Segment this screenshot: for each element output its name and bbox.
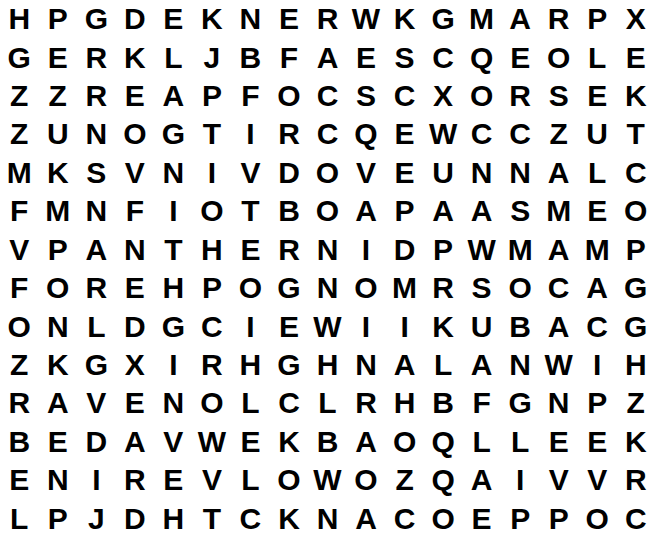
grid-cell-r12c9[interactable]: B — [308, 423, 347, 461]
grid-cell-r9c17[interactable]: G — [616, 307, 655, 345]
grid-cell-r9c11[interactable]: I — [385, 307, 424, 345]
grid-cell-r1c5[interactable]: E — [154, 0, 193, 38]
grid-cell-r10c9[interactable]: H — [308, 346, 347, 384]
grid-cell-r4c7[interactable]: I — [231, 115, 270, 153]
grid-cell-r5c14[interactable]: N — [501, 154, 540, 192]
grid-cell-r13c1[interactable]: E — [0, 461, 39, 499]
grid-cell-r3c17[interactable]: K — [616, 77, 655, 115]
grid-cell-r14c9[interactable]: N — [308, 500, 347, 538]
grid-cell-r12c4[interactable]: A — [116, 423, 155, 461]
grid-cell-r3c5[interactable]: A — [154, 77, 193, 115]
grid-cell-r2c11[interactable]: S — [385, 38, 424, 76]
grid-cell-r10c4[interactable]: X — [116, 346, 155, 384]
grid-cell-r14c12[interactable]: O — [424, 500, 463, 538]
grid-cell-r9c12[interactable]: K — [424, 307, 463, 345]
grid-cell-r10c15[interactable]: W — [539, 346, 578, 384]
grid-cell-r13c14[interactable]: I — [501, 461, 540, 499]
grid-cell-r8c8[interactable]: G — [270, 269, 309, 307]
grid-cell-r13c12[interactable]: Q — [424, 461, 463, 499]
grid-cell-r11c4[interactable]: E — [116, 384, 155, 422]
grid-cell-r9c1[interactable]: O — [0, 307, 39, 345]
grid-cell-r12c3[interactable]: D — [77, 423, 116, 461]
grid-cell-r3c10[interactable]: S — [347, 77, 386, 115]
grid-cell-r12c11[interactable]: O — [385, 423, 424, 461]
grid-cell-r11c12[interactable]: B — [424, 384, 463, 422]
grid-cell-r5c11[interactable]: E — [385, 154, 424, 192]
grid-cell-r10c7[interactable]: H — [231, 346, 270, 384]
grid-cell-r11c7[interactable]: L — [231, 384, 270, 422]
grid-cell-r4c4[interactable]: O — [116, 115, 155, 153]
grid-cell-r7c4[interactable]: N — [116, 231, 155, 269]
grid-cell-r7c1[interactable]: V — [0, 231, 39, 269]
grid-cell-r1c9[interactable]: R — [308, 0, 347, 38]
grid-cell-r10c5[interactable]: I — [154, 346, 193, 384]
grid-cell-r6c16[interactable]: E — [578, 192, 617, 230]
grid-cell-r12c7[interactable]: E — [231, 423, 270, 461]
grid-cell-r10c12[interactable]: L — [424, 346, 463, 384]
grid-cell-r3c3[interactable]: R — [77, 77, 116, 115]
grid-cell-r14c17[interactable]: C — [616, 500, 655, 538]
grid-cell-r11c3[interactable]: V — [77, 384, 116, 422]
grid-cell-r10c2[interactable]: K — [39, 346, 78, 384]
grid-cell-r14c15[interactable]: P — [539, 500, 578, 538]
grid-cell-r2c17[interactable]: E — [616, 38, 655, 76]
grid-cell-r2c9[interactable]: A — [308, 38, 347, 76]
grid-cell-r2c13[interactable]: Q — [462, 38, 501, 76]
grid-cell-r2c6[interactable]: J — [193, 38, 232, 76]
grid-cell-r2c12[interactable]: C — [424, 38, 463, 76]
grid-cell-r7c9[interactable]: N — [308, 231, 347, 269]
grid-cell-r11c14[interactable]: G — [501, 384, 540, 422]
grid-cell-r10c17[interactable]: H — [616, 346, 655, 384]
grid-cell-r6c17[interactable]: O — [616, 192, 655, 230]
grid-cell-r5c4[interactable]: V — [116, 154, 155, 192]
grid-cell-r9c4[interactable]: D — [116, 307, 155, 345]
grid-cell-r8c7[interactable]: O — [231, 269, 270, 307]
grid-cell-r9c13[interactable]: U — [462, 307, 501, 345]
grid-cell-r1c11[interactable]: K — [385, 0, 424, 38]
grid-cell-r8c16[interactable]: A — [578, 269, 617, 307]
grid-cell-r4c13[interactable]: C — [462, 115, 501, 153]
grid-cell-r7c11[interactable]: D — [385, 231, 424, 269]
grid-cell-r6c2[interactable]: M — [39, 192, 78, 230]
grid-cell-r2c1[interactable]: G — [0, 38, 39, 76]
grid-cell-r8c10[interactable]: O — [347, 269, 386, 307]
grid-cell-r9c14[interactable]: B — [501, 307, 540, 345]
grid-cell-r11c10[interactable]: R — [347, 384, 386, 422]
grid-cell-r4c11[interactable]: E — [385, 115, 424, 153]
grid-cell-r2c2[interactable]: E — [39, 38, 78, 76]
grid-cell-r9c2[interactable]: N — [39, 307, 78, 345]
grid-cell-r12c8[interactable]: K — [270, 423, 309, 461]
grid-cell-r11c1[interactable]: R — [0, 384, 39, 422]
grid-cell-r8c5[interactable]: H — [154, 269, 193, 307]
grid-cell-r5c9[interactable]: O — [308, 154, 347, 192]
grid-cell-r3c6[interactable]: P — [193, 77, 232, 115]
grid-cell-r9c3[interactable]: L — [77, 307, 116, 345]
grid-cell-r14c10[interactable]: A — [347, 500, 386, 538]
grid-cell-r5c16[interactable]: L — [578, 154, 617, 192]
grid-cell-r1c1[interactable]: H — [0, 0, 39, 38]
grid-cell-r5c13[interactable]: N — [462, 154, 501, 192]
grid-cell-r14c7[interactable]: C — [231, 500, 270, 538]
grid-cell-r13c10[interactable]: O — [347, 461, 386, 499]
grid-cell-r10c16[interactable]: I — [578, 346, 617, 384]
grid-cell-r3c16[interactable]: E — [578, 77, 617, 115]
grid-cell-r13c8[interactable]: O — [270, 461, 309, 499]
grid-cell-r7c12[interactable]: P — [424, 231, 463, 269]
grid-cell-r6c3[interactable]: N — [77, 192, 116, 230]
grid-cell-r6c7[interactable]: T — [231, 192, 270, 230]
grid-cell-r5c1[interactable]: M — [0, 154, 39, 192]
grid-cell-r7c14[interactable]: M — [501, 231, 540, 269]
grid-cell-r14c14[interactable]: P — [501, 500, 540, 538]
grid-cell-r4c10[interactable]: Q — [347, 115, 386, 153]
grid-cell-r1c7[interactable]: N — [231, 0, 270, 38]
grid-cell-r8c6[interactable]: P — [193, 269, 232, 307]
grid-cell-r6c6[interactable]: O — [193, 192, 232, 230]
grid-cell-r5c15[interactable]: A — [539, 154, 578, 192]
grid-cell-r8c9[interactable]: N — [308, 269, 347, 307]
grid-cell-r6c9[interactable]: O — [308, 192, 347, 230]
grid-cell-r11c5[interactable]: N — [154, 384, 193, 422]
grid-cell-r3c7[interactable]: F — [231, 77, 270, 115]
grid-cell-r7c3[interactable]: A — [77, 231, 116, 269]
grid-cell-r13c3[interactable]: I — [77, 461, 116, 499]
word-search-grid: HPGDEKNERWKGMARPXGERKLJBFAESCQEOLEZZREAP… — [0, 0, 655, 538]
grid-cell-r4c14[interactable]: C — [501, 115, 540, 153]
grid-cell-r10c1[interactable]: Z — [0, 346, 39, 384]
grid-cell-r4c16[interactable]: U — [578, 115, 617, 153]
grid-cell-r7c13[interactable]: W — [462, 231, 501, 269]
grid-cell-r2c10[interactable]: E — [347, 38, 386, 76]
grid-cell-r2c3[interactable]: R — [77, 38, 116, 76]
grid-cell-r3c9[interactable]: C — [308, 77, 347, 115]
grid-cell-r5c8[interactable]: D — [270, 154, 309, 192]
grid-cell-r3c12[interactable]: X — [424, 77, 463, 115]
grid-cell-r1c16[interactable]: P — [578, 0, 617, 38]
grid-cell-r10c14[interactable]: N — [501, 346, 540, 384]
grid-cell-r14c1[interactable]: L — [0, 500, 39, 538]
grid-cell-r4c5[interactable]: G — [154, 115, 193, 153]
grid-cell-r8c17[interactable]: G — [616, 269, 655, 307]
grid-cell-r10c3[interactable]: G — [77, 346, 116, 384]
grid-cell-r14c5[interactable]: H — [154, 500, 193, 538]
grid-cell-r2c8[interactable]: F — [270, 38, 309, 76]
grid-cell-r2c7[interactable]: B — [231, 38, 270, 76]
grid-cell-r5c12[interactable]: U — [424, 154, 463, 192]
grid-cell-r9c10[interactable]: I — [347, 307, 386, 345]
grid-cell-r3c13[interactable]: O — [462, 77, 501, 115]
grid-cell-r3c15[interactable]: S — [539, 77, 578, 115]
grid-cell-r9c5[interactable]: G — [154, 307, 193, 345]
grid-cell-r5c3[interactable]: S — [77, 154, 116, 192]
grid-cell-r7c7[interactable]: E — [231, 231, 270, 269]
grid-cell-r12c16[interactable]: E — [578, 423, 617, 461]
grid-cell-r4c6[interactable]: T — [193, 115, 232, 153]
grid-cell-r1c10[interactable]: W — [347, 0, 386, 38]
grid-cell-r10c8[interactable]: G — [270, 346, 309, 384]
grid-cell-r8c14[interactable]: O — [501, 269, 540, 307]
grid-cell-r8c1[interactable]: F — [0, 269, 39, 307]
grid-cell-r11c9[interactable]: L — [308, 384, 347, 422]
grid-cell-r9c7[interactable]: I — [231, 307, 270, 345]
grid-cell-r12c2[interactable]: E — [39, 423, 78, 461]
grid-cell-r11c13[interactable]: F — [462, 384, 501, 422]
grid-cell-r11c8[interactable]: C — [270, 384, 309, 422]
grid-cell-r2c16[interactable]: L — [578, 38, 617, 76]
grid-cell-r7c2[interactable]: P — [39, 231, 78, 269]
grid-cell-r14c4[interactable]: D — [116, 500, 155, 538]
grid-cell-r4c1[interactable]: Z — [0, 115, 39, 153]
grid-cell-r10c10[interactable]: N — [347, 346, 386, 384]
grid-cell-r11c16[interactable]: P — [578, 384, 617, 422]
grid-cell-r8c3[interactable]: R — [77, 269, 116, 307]
grid-cell-r4c8[interactable]: R — [270, 115, 309, 153]
grid-cell-r6c11[interactable]: P — [385, 192, 424, 230]
grid-cell-r2c4[interactable]: K — [116, 38, 155, 76]
grid-cell-r6c5[interactable]: I — [154, 192, 193, 230]
grid-cell-r1c15[interactable]: R — [539, 0, 578, 38]
grid-cell-r6c12[interactable]: A — [424, 192, 463, 230]
grid-cell-r9c6[interactable]: C — [193, 307, 232, 345]
grid-cell-r11c6[interactable]: O — [193, 384, 232, 422]
grid-cell-r12c15[interactable]: E — [539, 423, 578, 461]
grid-cell-r7c16[interactable]: M — [578, 231, 617, 269]
grid-cell-r13c9[interactable]: W — [308, 461, 347, 499]
grid-cell-r11c2[interactable]: A — [39, 384, 78, 422]
grid-cell-r4c12[interactable]: W — [424, 115, 463, 153]
grid-cell-r6c10[interactable]: A — [347, 192, 386, 230]
grid-cell-r11c15[interactable]: N — [539, 384, 578, 422]
grid-cell-r2c14[interactable]: E — [501, 38, 540, 76]
grid-cell-r13c5[interactable]: E — [154, 461, 193, 499]
grid-cell-r1c4[interactable]: D — [116, 0, 155, 38]
grid-cell-r5c17[interactable]: C — [616, 154, 655, 192]
grid-cell-r5c2[interactable]: K — [39, 154, 78, 192]
grid-cell-r1c8[interactable]: E — [270, 0, 309, 38]
grid-cell-r12c12[interactable]: Q — [424, 423, 463, 461]
grid-cell-r13c13[interactable]: A — [462, 461, 501, 499]
grid-cell-r6c4[interactable]: F — [116, 192, 155, 230]
grid-cell-r7c6[interactable]: H — [193, 231, 232, 269]
grid-cell-r4c15[interactable]: Z — [539, 115, 578, 153]
grid-cell-r12c14[interactable]: L — [501, 423, 540, 461]
grid-cell-r6c1[interactable]: F — [0, 192, 39, 230]
grid-cell-r14c8[interactable]: K — [270, 500, 309, 538]
grid-cell-r6c8[interactable]: B — [270, 192, 309, 230]
grid-cell-r6c14[interactable]: S — [501, 192, 540, 230]
grid-cell-r4c3[interactable]: N — [77, 115, 116, 153]
grid-cell-r4c2[interactable]: U — [39, 115, 78, 153]
grid-cell-r9c15[interactable]: A — [539, 307, 578, 345]
grid-cell-r12c13[interactable]: L — [462, 423, 501, 461]
grid-cell-r7c10[interactable]: I — [347, 231, 386, 269]
grid-cell-r11c17[interactable]: Z — [616, 384, 655, 422]
grid-cell-r5c10[interactable]: V — [347, 154, 386, 192]
grid-cell-r8c13[interactable]: S — [462, 269, 501, 307]
grid-cell-r1c12[interactable]: G — [424, 0, 463, 38]
grid-cell-r14c11[interactable]: C — [385, 500, 424, 538]
grid-cell-r14c3[interactable]: J — [77, 500, 116, 538]
grid-cell-r1c3[interactable]: G — [77, 0, 116, 38]
grid-cell-r13c16[interactable]: V — [578, 461, 617, 499]
grid-cell-r5c6[interactable]: I — [193, 154, 232, 192]
grid-cell-r13c11[interactable]: Z — [385, 461, 424, 499]
grid-cell-r10c11[interactable]: A — [385, 346, 424, 384]
grid-cell-r13c7[interactable]: L — [231, 461, 270, 499]
grid-cell-r8c11[interactable]: M — [385, 269, 424, 307]
grid-cell-r12c5[interactable]: V — [154, 423, 193, 461]
grid-cell-r3c14[interactable]: R — [501, 77, 540, 115]
grid-cell-r13c2[interactable]: N — [39, 461, 78, 499]
grid-cell-r3c11[interactable]: C — [385, 77, 424, 115]
grid-cell-r11c11[interactable]: H — [385, 384, 424, 422]
grid-cell-r7c17[interactable]: P — [616, 231, 655, 269]
grid-cell-r13c15[interactable]: V — [539, 461, 578, 499]
grid-cell-r7c8[interactable]: R — [270, 231, 309, 269]
grid-cell-r9c9[interactable]: W — [308, 307, 347, 345]
grid-cell-r1c6[interactable]: K — [193, 0, 232, 38]
grid-cell-r5c7[interactable]: V — [231, 154, 270, 192]
grid-cell-r13c6[interactable]: V — [193, 461, 232, 499]
grid-cell-r2c15[interactable]: O — [539, 38, 578, 76]
grid-cell-r1c17[interactable]: X — [616, 0, 655, 38]
grid-cell-r7c5[interactable]: T — [154, 231, 193, 269]
grid-cell-r6c15[interactable]: M — [539, 192, 578, 230]
grid-cell-r9c8[interactable]: E — [270, 307, 309, 345]
grid-cell-r3c2[interactable]: Z — [39, 77, 78, 115]
grid-cell-r8c15[interactable]: C — [539, 269, 578, 307]
grid-cell-r14c13[interactable]: E — [462, 500, 501, 538]
grid-cell-r10c13[interactable]: A — [462, 346, 501, 384]
grid-cell-r3c1[interactable]: Z — [0, 77, 39, 115]
grid-cell-r4c17[interactable]: T — [616, 115, 655, 153]
grid-cell-r14c16[interactable]: O — [578, 500, 617, 538]
grid-cell-r2c5[interactable]: L — [154, 38, 193, 76]
grid-cell-r3c4[interactable]: E — [116, 77, 155, 115]
grid-cell-r14c2[interactable]: P — [39, 500, 78, 538]
grid-cell-r5c5[interactable]: N — [154, 154, 193, 192]
grid-cell-r12c17[interactable]: K — [616, 423, 655, 461]
grid-cell-r1c2[interactable]: P — [39, 0, 78, 38]
grid-cell-r9c16[interactable]: C — [578, 307, 617, 345]
grid-cell-r1c13[interactable]: M — [462, 0, 501, 38]
grid-cell-r7c15[interactable]: A — [539, 231, 578, 269]
grid-cell-r12c1[interactable]: B — [0, 423, 39, 461]
grid-cell-r12c10[interactable]: A — [347, 423, 386, 461]
grid-cell-r6c13[interactable]: A — [462, 192, 501, 230]
grid-cell-r10c6[interactable]: R — [193, 346, 232, 384]
grid-cell-r12c6[interactable]: W — [193, 423, 232, 461]
grid-cell-r8c4[interactable]: E — [116, 269, 155, 307]
grid-cell-r1c14[interactable]: A — [501, 0, 540, 38]
grid-cell-r4c9[interactable]: C — [308, 115, 347, 153]
grid-cell-r3c8[interactable]: O — [270, 77, 309, 115]
grid-cell-r8c2[interactable]: O — [39, 269, 78, 307]
grid-cell-r13c4[interactable]: R — [116, 461, 155, 499]
grid-cell-r13c17[interactable]: R — [616, 461, 655, 499]
grid-cell-r8c12[interactable]: R — [424, 269, 463, 307]
grid-cell-r14c6[interactable]: T — [193, 500, 232, 538]
